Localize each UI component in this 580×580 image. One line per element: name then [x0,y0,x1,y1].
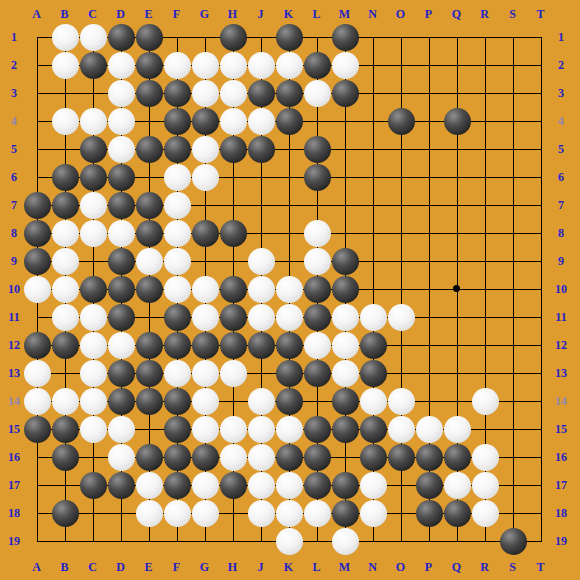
row-label-left-10: 10 [8,283,20,295]
black-stone-F15[interactable] [164,416,191,443]
column-label-top-B: B [60,8,68,20]
white-stone-C13[interactable] [80,360,107,387]
black-stone-K4[interactable] [276,108,303,135]
white-stone-J17[interactable] [248,472,275,499]
black-stone-B7[interactable] [52,192,79,219]
column-label-bottom-G: G [200,561,209,573]
white-stone-B10[interactable] [52,276,79,303]
white-stone-B2[interactable] [52,52,79,79]
black-stone-M9[interactable] [332,248,359,275]
column-label-bottom-R: R [480,561,489,573]
column-label-top-D: D [116,8,125,20]
black-stone-N15[interactable] [360,416,387,443]
white-stone-R18[interactable] [472,500,499,527]
white-stone-D12[interactable] [108,332,135,359]
white-stone-N17[interactable] [360,472,387,499]
column-label-bottom-Q: Q [452,561,461,573]
white-stone-C15[interactable] [80,416,107,443]
column-label-top-S: S [509,8,516,20]
white-stone-C1[interactable] [80,24,107,51]
white-stone-M11[interactable] [332,304,359,331]
black-stone-S19[interactable] [500,528,527,555]
black-stone-K1[interactable] [276,24,303,51]
black-stone-E2[interactable] [136,52,163,79]
black-stone-F11[interactable] [164,304,191,331]
grid-line-vertical [513,37,514,542]
row-label-right-12: 12 [555,339,567,351]
black-stone-E14[interactable] [136,388,163,415]
column-label-top-Q: Q [452,8,461,20]
white-stone-L18[interactable] [304,500,331,527]
white-stone-B11[interactable] [52,304,79,331]
black-stone-E13[interactable] [136,360,163,387]
white-stone-K2[interactable] [276,52,303,79]
white-stone-D2[interactable] [108,52,135,79]
white-stone-K18[interactable] [276,500,303,527]
white-stone-J15[interactable] [248,416,275,443]
black-stone-M15[interactable] [332,416,359,443]
white-stone-M12[interactable] [332,332,359,359]
black-stone-K16[interactable] [276,444,303,471]
black-stone-F16[interactable] [164,444,191,471]
black-stone-H10[interactable] [220,276,247,303]
row-label-right-16: 16 [555,451,567,463]
column-label-bottom-L: L [312,561,320,573]
black-stone-P17[interactable] [416,472,443,499]
black-stone-A9[interactable] [24,248,51,275]
white-stone-E17[interactable] [136,472,163,499]
row-label-left-14: 14 [8,395,20,407]
black-stone-F5[interactable] [164,136,191,163]
row-label-left-9: 9 [11,255,17,267]
black-stone-D9[interactable] [108,248,135,275]
row-label-right-7: 7 [558,199,564,211]
black-stone-A15[interactable] [24,416,51,443]
white-stone-F10[interactable] [164,276,191,303]
row-label-left-19: 19 [8,535,20,547]
black-stone-F14[interactable] [164,388,191,415]
row-label-right-18: 18 [555,507,567,519]
white-stone-R14[interactable] [472,388,499,415]
white-stone-A13[interactable] [24,360,51,387]
white-stone-M19[interactable] [332,528,359,555]
star-point-Q10 [453,285,460,292]
column-label-bottom-F: F [173,561,180,573]
black-stone-L10[interactable] [304,276,331,303]
column-label-top-A: A [32,8,41,20]
white-stone-D16[interactable] [108,444,135,471]
white-stone-O11[interactable] [388,304,415,331]
column-label-bottom-N: N [368,561,377,573]
black-stone-A7[interactable] [24,192,51,219]
black-stone-E3[interactable] [136,80,163,107]
white-stone-J14[interactable] [248,388,275,415]
white-stone-F18[interactable] [164,500,191,527]
black-stone-D1[interactable] [108,24,135,51]
white-stone-G2[interactable] [192,52,219,79]
black-stone-D7[interactable] [108,192,135,219]
white-stone-F7[interactable] [164,192,191,219]
black-stone-H17[interactable] [220,472,247,499]
white-stone-R16[interactable] [472,444,499,471]
row-label-left-16: 16 [8,451,20,463]
white-stone-R17[interactable] [472,472,499,499]
column-label-top-T: T [536,8,544,20]
black-stone-N13[interactable] [360,360,387,387]
row-label-right-10: 10 [555,283,567,295]
white-stone-B9[interactable] [52,248,79,275]
black-stone-K3[interactable] [276,80,303,107]
row-label-right-15: 15 [555,423,567,435]
white-stone-D15[interactable] [108,416,135,443]
column-label-top-E: E [144,8,152,20]
black-stone-O4[interactable] [388,108,415,135]
white-stone-J9[interactable] [248,248,275,275]
white-stone-K17[interactable] [276,472,303,499]
row-label-left-15: 15 [8,423,20,435]
black-stone-E16[interactable] [136,444,163,471]
white-stone-H2[interactable] [220,52,247,79]
row-label-right-17: 17 [555,479,567,491]
white-stone-E18[interactable] [136,500,163,527]
row-label-left-17: 17 [8,479,20,491]
white-stone-N18[interactable] [360,500,387,527]
white-stone-D3[interactable] [108,80,135,107]
row-label-left-12: 12 [8,339,20,351]
black-stone-E8[interactable] [136,220,163,247]
white-stone-H4[interactable] [220,108,247,135]
black-stone-A8[interactable] [24,220,51,247]
row-label-right-4: 4 [558,115,564,127]
black-stone-O16[interactable] [388,444,415,471]
black-stone-F3[interactable] [164,80,191,107]
white-stone-B8[interactable] [52,220,79,247]
black-stone-B12[interactable] [52,332,79,359]
white-stone-G3[interactable] [192,80,219,107]
black-stone-J3[interactable] [248,80,275,107]
column-label-bottom-K: K [284,561,293,573]
row-label-left-13: 13 [8,367,20,379]
white-stone-J11[interactable] [248,304,275,331]
white-stone-G15[interactable] [192,416,219,443]
row-label-right-13: 13 [555,367,567,379]
black-stone-B16[interactable] [52,444,79,471]
go-board: AABBCCDDEEFFGGHHJJKKLLMMNNOOPPQQRRSSTT11… [0,0,580,580]
white-stone-B4[interactable] [52,108,79,135]
column-label-top-M: M [339,8,350,20]
black-stone-C10[interactable] [80,276,107,303]
white-stone-L12[interactable] [304,332,331,359]
row-label-right-11: 11 [555,311,566,323]
row-label-left-5: 5 [11,143,17,155]
white-stone-H13[interactable] [220,360,247,387]
black-stone-G8[interactable] [192,220,219,247]
black-stone-E7[interactable] [136,192,163,219]
black-stone-Q18[interactable] [444,500,471,527]
white-stone-H3[interactable] [220,80,247,107]
row-label-right-2: 2 [558,59,564,71]
black-stone-M17[interactable] [332,472,359,499]
white-stone-J4[interactable] [248,108,275,135]
white-stone-C12[interactable] [80,332,107,359]
column-label-bottom-M: M [339,561,350,573]
white-stone-A14[interactable] [24,388,51,415]
column-label-top-K: K [284,8,293,20]
white-stone-K19[interactable] [276,528,303,555]
black-stone-H5[interactable] [220,136,247,163]
black-stone-K12[interactable] [276,332,303,359]
column-label-top-N: N [368,8,377,20]
column-label-bottom-T: T [536,561,544,573]
black-stone-G4[interactable] [192,108,219,135]
black-stone-L17[interactable] [304,472,331,499]
black-stone-F12[interactable] [164,332,191,359]
white-stone-D5[interactable] [108,136,135,163]
row-label-left-11: 11 [8,311,19,323]
white-stone-K10[interactable] [276,276,303,303]
white-stone-F9[interactable] [164,248,191,275]
white-stone-K11[interactable] [276,304,303,331]
column-label-top-G: G [200,8,209,20]
black-stone-F4[interactable] [164,108,191,135]
white-stone-C7[interactable] [80,192,107,219]
black-stone-D17[interactable] [108,472,135,499]
white-stone-F6[interactable] [164,164,191,191]
black-stone-E1[interactable] [136,24,163,51]
white-stone-Q15[interactable] [444,416,471,443]
row-label-left-6: 6 [11,171,17,183]
black-stone-A12[interactable] [24,332,51,359]
white-stone-J18[interactable] [248,500,275,527]
black-stone-L6[interactable] [304,164,331,191]
black-stone-K13[interactable] [276,360,303,387]
black-stone-E12[interactable] [136,332,163,359]
black-stone-B18[interactable] [52,500,79,527]
white-stone-G10[interactable] [192,276,219,303]
white-stone-C14[interactable] [80,388,107,415]
white-stone-A10[interactable] [24,276,51,303]
white-stone-G6[interactable] [192,164,219,191]
row-label-right-5: 5 [558,143,564,155]
black-stone-M3[interactable] [332,80,359,107]
white-stone-P15[interactable] [416,416,443,443]
black-stone-M18[interactable] [332,500,359,527]
column-label-top-H: H [228,8,237,20]
white-stone-G5[interactable] [192,136,219,163]
white-stone-G11[interactable] [192,304,219,331]
black-stone-L11[interactable] [304,304,331,331]
column-label-bottom-C: C [88,561,97,573]
white-stone-Q17[interactable] [444,472,471,499]
black-stone-J12[interactable] [248,332,275,359]
row-label-left-4: 4 [11,115,17,127]
black-stone-D11[interactable] [108,304,135,331]
row-label-left-2: 2 [11,59,17,71]
row-label-left-18: 18 [8,507,20,519]
black-stone-F17[interactable] [164,472,191,499]
column-label-bottom-P: P [425,561,432,573]
black-stone-C17[interactable] [80,472,107,499]
column-label-bottom-O: O [396,561,405,573]
row-label-right-14: 14 [555,395,567,407]
white-stone-H16[interactable] [220,444,247,471]
black-stone-L2[interactable] [304,52,331,79]
column-label-top-C: C [88,8,97,20]
white-stone-F2[interactable] [164,52,191,79]
white-stone-B14[interactable] [52,388,79,415]
black-stone-G16[interactable] [192,444,219,471]
column-label-top-F: F [173,8,180,20]
black-stone-L16[interactable] [304,444,331,471]
black-stone-H12[interactable] [220,332,247,359]
white-stone-H15[interactable] [220,416,247,443]
black-stone-B15[interactable] [52,416,79,443]
white-stone-N14[interactable] [360,388,387,415]
black-stone-J5[interactable] [248,136,275,163]
white-stone-O15[interactable] [388,416,415,443]
black-stone-L15[interactable] [304,416,331,443]
white-stone-G14[interactable] [192,388,219,415]
row-label-right-8: 8 [558,227,564,239]
black-stone-D14[interactable] [108,388,135,415]
black-stone-C2[interactable] [80,52,107,79]
black-stone-M10[interactable] [332,276,359,303]
black-stone-K14[interactable] [276,388,303,415]
row-label-right-19: 19 [555,535,567,547]
white-stone-C11[interactable] [80,304,107,331]
white-stone-L8[interactable] [304,220,331,247]
white-stone-M2[interactable] [332,52,359,79]
column-label-top-O: O [396,8,405,20]
row-label-left-8: 8 [11,227,17,239]
black-stone-C6[interactable] [80,164,107,191]
column-label-top-L: L [312,8,320,20]
column-label-top-P: P [425,8,432,20]
column-label-top-R: R [480,8,489,20]
white-stone-C4[interactable] [80,108,107,135]
black-stone-P18[interactable] [416,500,443,527]
grid-line-vertical [541,37,542,542]
black-stone-L5[interactable] [304,136,331,163]
black-stone-M14[interactable] [332,388,359,415]
black-stone-L13[interactable] [304,360,331,387]
white-stone-F13[interactable] [164,360,191,387]
black-stone-D6[interactable] [108,164,135,191]
black-stone-M1[interactable] [332,24,359,51]
white-stone-G13[interactable] [192,360,219,387]
row-label-right-1: 1 [558,31,564,43]
white-stone-C8[interactable] [80,220,107,247]
black-stone-P16[interactable] [416,444,443,471]
row-label-left-7: 7 [11,199,17,211]
black-stone-E10[interactable] [136,276,163,303]
column-label-bottom-B: B [60,561,68,573]
white-stone-B1[interactable] [52,24,79,51]
black-stone-G12[interactable] [192,332,219,359]
column-label-bottom-H: H [228,561,237,573]
black-stone-D10[interactable] [108,276,135,303]
white-stone-D4[interactable] [108,108,135,135]
black-stone-N16[interactable] [360,444,387,471]
row-label-right-6: 6 [558,171,564,183]
white-stone-J16[interactable] [248,444,275,471]
column-label-bottom-E: E [144,561,152,573]
row-label-left-3: 3 [11,87,17,99]
black-stone-E5[interactable] [136,136,163,163]
white-stone-G18[interactable] [192,500,219,527]
column-label-bottom-D: D [116,561,125,573]
black-stone-N12[interactable] [360,332,387,359]
white-stone-L3[interactable] [304,80,331,107]
white-stone-D8[interactable] [108,220,135,247]
row-label-right-3: 3 [558,87,564,99]
black-stone-Q4[interactable] [444,108,471,135]
column-label-bottom-J: J [258,561,264,573]
white-stone-K15[interactable] [276,416,303,443]
white-stone-J10[interactable] [248,276,275,303]
white-stone-E9[interactable] [136,248,163,275]
row-label-right-9: 9 [558,255,564,267]
black-stone-Q16[interactable] [444,444,471,471]
column-label-top-J: J [258,8,264,20]
column-label-bottom-A: A [32,561,41,573]
white-stone-L9[interactable] [304,248,331,275]
white-stone-M13[interactable] [332,360,359,387]
column-label-bottom-S: S [509,561,516,573]
white-stone-G17[interactable] [192,472,219,499]
white-stone-J2[interactable] [248,52,275,79]
white-stone-O14[interactable] [388,388,415,415]
black-stone-B6[interactable] [52,164,79,191]
row-label-left-1: 1 [11,31,17,43]
white-stone-F8[interactable] [164,220,191,247]
black-stone-D13[interactable] [108,360,135,387]
black-stone-H1[interactable] [220,24,247,51]
white-stone-N11[interactable] [360,304,387,331]
black-stone-C5[interactable] [80,136,107,163]
black-stone-H11[interactable] [220,304,247,331]
black-stone-H8[interactable] [220,220,247,247]
